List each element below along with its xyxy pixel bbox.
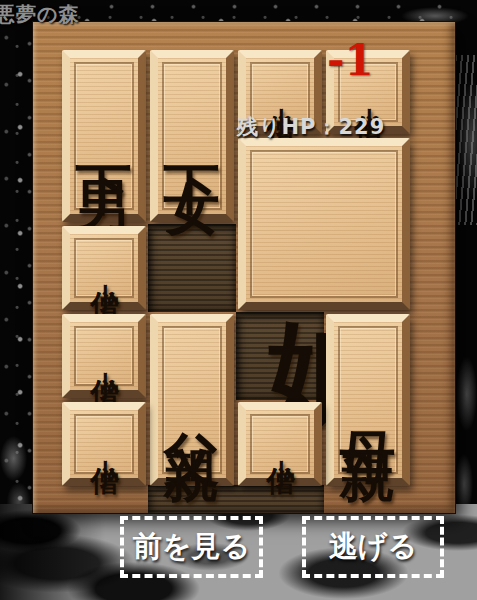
look-ahead-button[interactable]: 前を見る [120,516,263,578]
piece-label: 下男 [76,122,132,150]
piece-label: 母親 [340,386,396,414]
piece-kozo-5[interactable]: 小僧 [62,402,146,486]
piece-kozo-3[interactable]: 小僧 [62,226,146,310]
piece-gejo[interactable]: 下女 [150,50,234,222]
piece-label: 小僧 [90,437,118,451]
piece-label: 小僧 [266,437,294,451]
piece-label: 父親 [164,386,220,414]
empty-cell [148,224,236,312]
piece-kozo-6[interactable]: 小僧 [238,402,322,486]
piece-hahaoya[interactable]: 母親 [326,314,410,486]
piece-chichioya[interactable]: 父親 [150,314,234,486]
damage-indicator: -1 [327,40,374,82]
piece-genan[interactable]: 下男 [62,50,146,222]
empty-cell [236,312,324,400]
piece-groove [250,150,398,298]
level-title: 悪夢の森 [0,1,79,28]
flee-button[interactable]: 逃げる [302,516,444,578]
piece-label: 小僧 [266,85,294,99]
piece-label: 小僧 [354,85,382,99]
piece-label: 小僧 [90,349,118,363]
hp-counter: 残りHP：229 [237,113,385,141]
exit-gap [148,485,324,513]
piece-kozo-4[interactable]: 小僧 [62,314,146,398]
game-screen: 悪夢の森 下男下女小僧小僧娘小僧小僧父親母親小僧小僧 -1 残りHP：229 前… [0,0,477,600]
piece-label: 小僧 [90,261,118,275]
piece-musume[interactable]: 娘 [238,138,410,310]
piece-label: 下女 [164,122,220,150]
puzzle-board: 下男下女小僧小僧娘小僧小僧父親母親小僧小僧 [33,22,455,513]
